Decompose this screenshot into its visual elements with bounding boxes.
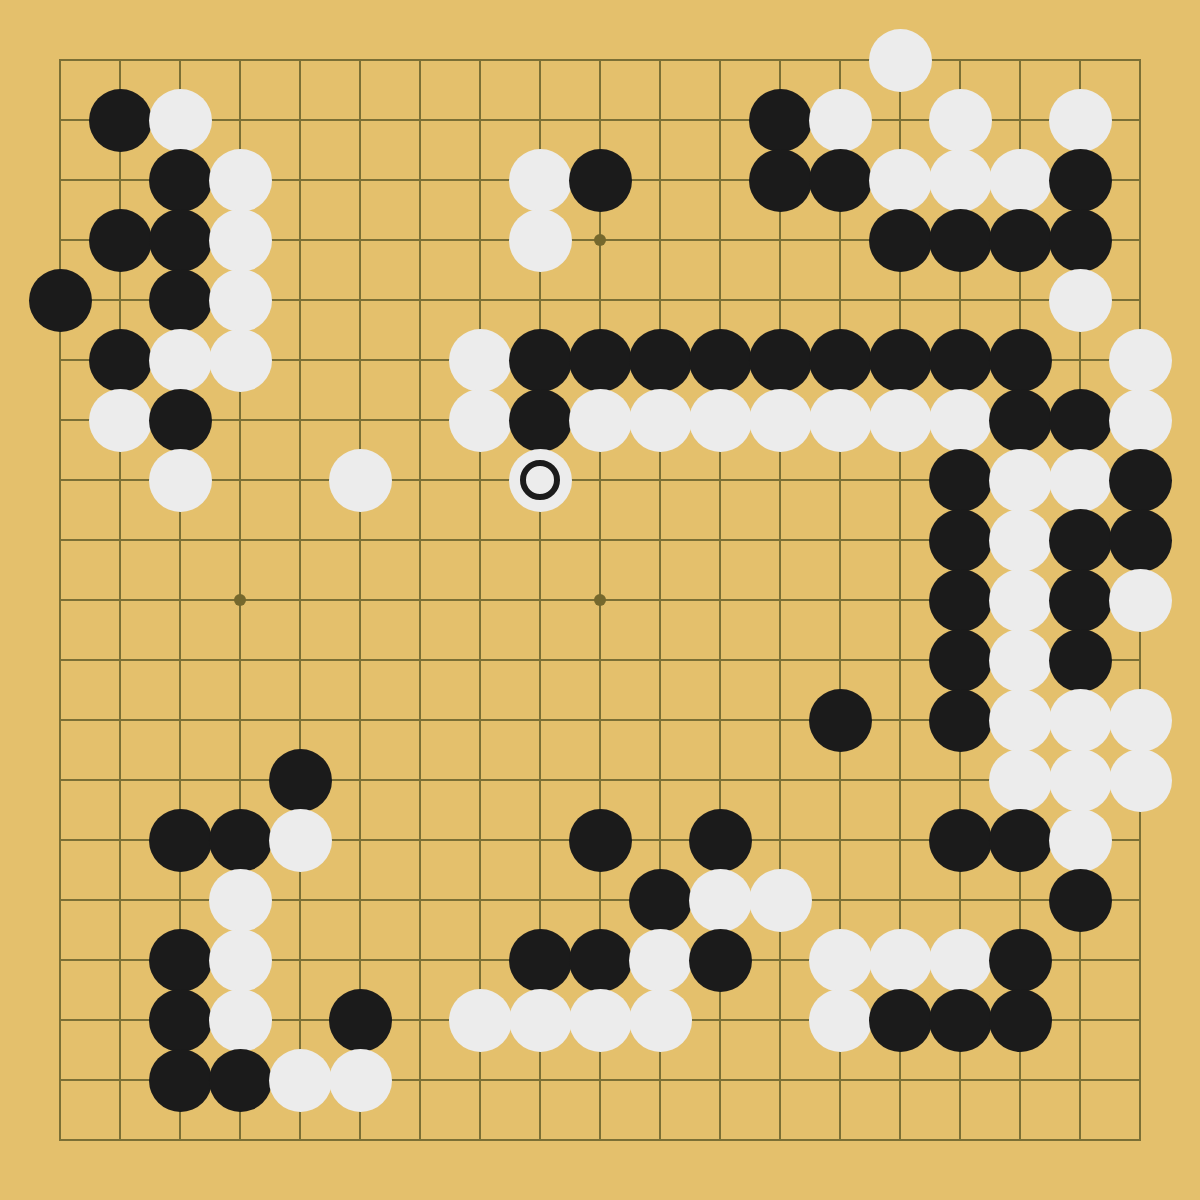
- stone-white[interactable]: [1049, 89, 1112, 152]
- stone-white[interactable]: [449, 389, 512, 452]
- stone-black[interactable]: [989, 329, 1052, 392]
- stone-white[interactable]: [209, 149, 272, 212]
- stone-white[interactable]: [449, 329, 512, 392]
- stone-black[interactable]: [209, 1049, 272, 1112]
- stone-white[interactable]: [629, 929, 692, 992]
- stone-black[interactable]: [149, 929, 212, 992]
- stone-black[interactable]: [149, 389, 212, 452]
- stone-white[interactable]: [209, 209, 272, 272]
- stone-black[interactable]: [809, 149, 872, 212]
- stone-black[interactable]: [1049, 149, 1112, 212]
- stone-black[interactable]: [809, 689, 872, 752]
- stone-black[interactable]: [149, 1049, 212, 1112]
- stone-white[interactable]: [1109, 329, 1172, 392]
- stone-white[interactable]: [689, 869, 752, 932]
- stone-black[interactable]: [929, 509, 992, 572]
- stone-white[interactable]: [329, 1049, 392, 1112]
- stone-white[interactable]: [809, 929, 872, 992]
- stone-black[interactable]: [749, 329, 812, 392]
- stone-white[interactable]: [149, 329, 212, 392]
- stone-white[interactable]: [989, 629, 1052, 692]
- stone-white[interactable]: [269, 809, 332, 872]
- stone-black[interactable]: [929, 989, 992, 1052]
- stone-black[interactable]: [929, 209, 992, 272]
- stone-black[interactable]: [929, 569, 992, 632]
- stone-black[interactable]: [989, 929, 1052, 992]
- stone-black[interactable]: [629, 329, 692, 392]
- stone-black[interactable]: [929, 629, 992, 692]
- stone-black[interactable]: [689, 809, 752, 872]
- stone-white[interactable]: [209, 329, 272, 392]
- stone-black[interactable]: [29, 269, 92, 332]
- stone-black[interactable]: [329, 989, 392, 1052]
- stone-white[interactable]: [989, 569, 1052, 632]
- stone-black[interactable]: [869, 329, 932, 392]
- stone-black[interactable]: [1049, 629, 1112, 692]
- stone-black[interactable]: [569, 929, 632, 992]
- stone-black[interactable]: [149, 269, 212, 332]
- stone-white[interactable]: [509, 989, 572, 1052]
- stone-black[interactable]: [509, 929, 572, 992]
- stone-white[interactable]: [989, 509, 1052, 572]
- stone-white[interactable]: [1049, 809, 1112, 872]
- stone-white[interactable]: [929, 929, 992, 992]
- stone-white[interactable]: [1049, 689, 1112, 752]
- stone-black[interactable]: [569, 809, 632, 872]
- stone-black[interactable]: [989, 989, 1052, 1052]
- stone-black[interactable]: [929, 689, 992, 752]
- stone-black[interactable]: [89, 89, 152, 152]
- stone-white[interactable]: [209, 989, 272, 1052]
- stone-black[interactable]: [1049, 209, 1112, 272]
- stone-black[interactable]: [929, 449, 992, 512]
- stone-black[interactable]: [569, 329, 632, 392]
- stone-black[interactable]: [629, 869, 692, 932]
- stone-white[interactable]: [509, 149, 572, 212]
- star-point: [594, 234, 606, 246]
- stone-black[interactable]: [89, 209, 152, 272]
- stone-white[interactable]: [1049, 449, 1112, 512]
- stone-white[interactable]: [629, 389, 692, 452]
- stone-white[interactable]: [869, 29, 932, 92]
- star-point: [594, 594, 606, 606]
- stone-black[interactable]: [1049, 509, 1112, 572]
- stone-black[interactable]: [1109, 509, 1172, 572]
- stone-white[interactable]: [1109, 689, 1172, 752]
- stone-white[interactable]: [689, 389, 752, 452]
- stone-black[interactable]: [149, 809, 212, 872]
- stone-black[interactable]: [149, 209, 212, 272]
- stone-black[interactable]: [509, 329, 572, 392]
- stone-white[interactable]: [1109, 749, 1172, 812]
- stone-white[interactable]: [989, 449, 1052, 512]
- stone-white[interactable]: [569, 989, 632, 1052]
- grid-line-horizontal: [59, 779, 1141, 781]
- stone-white[interactable]: [749, 389, 812, 452]
- stone-white[interactable]: [269, 1049, 332, 1112]
- stone-black[interactable]: [989, 809, 1052, 872]
- stone-white[interactable]: [809, 89, 872, 152]
- stone-white[interactable]: [929, 89, 992, 152]
- stone-white[interactable]: [569, 389, 632, 452]
- stone-black[interactable]: [269, 749, 332, 812]
- stone-white[interactable]: [1049, 269, 1112, 332]
- stone-black[interactable]: [689, 329, 752, 392]
- stone-black[interactable]: [1049, 869, 1112, 932]
- stone-black[interactable]: [929, 809, 992, 872]
- grid-line-vertical: [779, 59, 781, 1141]
- stone-white[interactable]: [869, 149, 932, 212]
- stone-white[interactable]: [809, 389, 872, 452]
- stone-white[interactable]: [1109, 569, 1172, 632]
- stone-black[interactable]: [749, 149, 812, 212]
- go-board[interactable]: [0, 0, 1200, 1200]
- stone-black[interactable]: [989, 209, 1052, 272]
- stone-black[interactable]: [209, 809, 272, 872]
- stone-black[interactable]: [869, 989, 932, 1052]
- stone-white[interactable]: [629, 989, 692, 1052]
- stone-black[interactable]: [869, 209, 932, 272]
- stone-black[interactable]: [149, 989, 212, 1052]
- stone-white[interactable]: [449, 989, 512, 1052]
- stone-white[interactable]: [929, 389, 992, 452]
- stone-black[interactable]: [1049, 569, 1112, 632]
- stone-white[interactable]: [209, 929, 272, 992]
- stone-black[interactable]: [929, 329, 992, 392]
- stone-white[interactable]: [869, 389, 932, 452]
- star-point: [234, 594, 246, 606]
- stone-white[interactable]: [989, 749, 1052, 812]
- stone-white[interactable]: [749, 869, 812, 932]
- stone-white[interactable]: [1049, 749, 1112, 812]
- stone-black[interactable]: [509, 389, 572, 452]
- last-move-marker: [520, 460, 560, 500]
- stone-white[interactable]: [869, 929, 932, 992]
- stone-black[interactable]: [1109, 449, 1172, 512]
- stone-white[interactable]: [209, 869, 272, 932]
- grid-line-horizontal: [59, 1139, 1141, 1141]
- stone-white[interactable]: [1109, 389, 1172, 452]
- stone-white[interactable]: [989, 149, 1052, 212]
- stone-white[interactable]: [149, 449, 212, 512]
- stone-black[interactable]: [1049, 389, 1112, 452]
- stone-black[interactable]: [149, 149, 212, 212]
- stone-black[interactable]: [89, 329, 152, 392]
- stone-white[interactable]: [89, 389, 152, 452]
- stone-white[interactable]: [209, 269, 272, 332]
- stone-white[interactable]: [509, 209, 572, 272]
- stone-white[interactable]: [989, 689, 1052, 752]
- stone-white[interactable]: [149, 89, 212, 152]
- stone-black[interactable]: [689, 929, 752, 992]
- stone-black[interactable]: [749, 89, 812, 152]
- stone-white[interactable]: [929, 149, 992, 212]
- stone-black[interactable]: [569, 149, 632, 212]
- stone-white[interactable]: [809, 989, 872, 1052]
- stone-black[interactable]: [989, 389, 1052, 452]
- stone-white[interactable]: [329, 449, 392, 512]
- stone-black[interactable]: [809, 329, 872, 392]
